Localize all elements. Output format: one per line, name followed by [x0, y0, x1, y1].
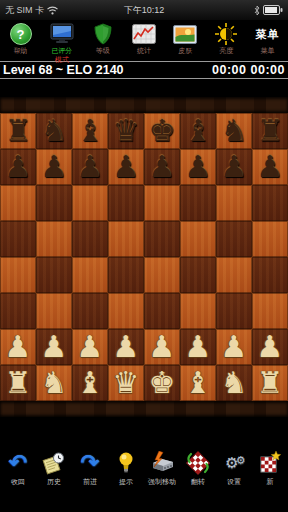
piece-white-knight[interactable]: ♞: [41, 365, 68, 401]
menu-text-icon: 菜单: [255, 27, 279, 42]
piece-white-knight[interactable]: ♞: [221, 365, 248, 401]
piece-black-rook[interactable]: ♜: [257, 113, 284, 149]
square-a1[interactable]: ♜: [0, 365, 36, 401]
piece-white-pawn[interactable]: ♟: [5, 329, 32, 365]
piece-black-pawn[interactable]: ♟: [41, 149, 68, 185]
line-chart-icon: [132, 24, 156, 44]
square-a3[interactable]: [0, 293, 36, 329]
settings-button[interactable]: ⚙⚙ 设置: [217, 450, 251, 486]
square-d1[interactable]: ♛: [108, 365, 144, 401]
gears-icon: ⚙⚙: [225, 454, 242, 472]
flip-label: 翻转: [191, 478, 205, 486]
square-h6[interactable]: [252, 185, 288, 221]
square-d7[interactable]: ♟: [108, 149, 144, 185]
help-label: 帮助: [14, 47, 28, 55]
square-c1[interactable]: ♝: [72, 365, 108, 401]
forcemove-button[interactable]: 强制移动: [145, 450, 179, 486]
square-d5[interactable]: [108, 221, 144, 257]
square-e3[interactable]: [144, 293, 180, 329]
level-elo-text: Level 68 ~ ELO 2140: [3, 63, 124, 77]
square-g4[interactable]: [216, 257, 252, 293]
square-b4[interactable]: [36, 257, 72, 293]
clock-right: 00:00: [251, 63, 285, 77]
mode-label-rated: 已评分: [51, 47, 72, 55]
square-a8[interactable]: ♜: [0, 113, 36, 149]
menu-button[interactable]: 菜单 菜单: [247, 22, 287, 55]
square-c7[interactable]: ♟: [72, 149, 108, 185]
piece-white-pawn[interactable]: ♟: [257, 329, 284, 365]
square-c6[interactable]: [72, 185, 108, 221]
square-c4[interactable]: [72, 257, 108, 293]
top-toolbar: ? 帮助 已评分 模式: [0, 20, 288, 61]
stats-label: 统计: [137, 47, 151, 55]
piece-black-bishop[interactable]: ♝: [77, 113, 104, 149]
square-h5[interactable]: [252, 221, 288, 257]
square-f1[interactable]: ♝: [180, 365, 216, 401]
clock-left: 00:00: [212, 63, 246, 77]
shield-icon: [94, 23, 112, 45]
square-b8[interactable]: ♞: [36, 113, 72, 149]
square-a7[interactable]: ♟: [0, 149, 36, 185]
square-g2[interactable]: ♟: [216, 329, 252, 365]
piece-white-pawn[interactable]: ♟: [221, 329, 248, 365]
takeback-button[interactable]: ↶ 收回: [1, 450, 35, 486]
piece-white-pawn[interactable]: ♟: [113, 329, 140, 365]
piece-black-pawn[interactable]: ♟: [113, 149, 140, 185]
square-f8[interactable]: ♝: [180, 113, 216, 149]
square-b6[interactable]: [36, 185, 72, 221]
square-h8[interactable]: ♜: [252, 113, 288, 149]
square-h4[interactable]: [252, 257, 288, 293]
picture-icon: [173, 25, 197, 44]
clock-time: 下午10:12: [0, 4, 288, 17]
notes-clock-icon: [42, 451, 66, 475]
piece-white-bishop[interactable]: ♝: [185, 365, 212, 401]
square-c2[interactable]: ♟: [72, 329, 108, 365]
question-mark-icon: ?: [10, 23, 32, 45]
square-d6[interactable]: [108, 185, 144, 221]
flip-button[interactable]: 翻转: [181, 450, 215, 486]
new-button[interactable]: 新: [253, 450, 287, 486]
piece-white-pawn[interactable]: ♟: [185, 329, 212, 365]
piece-black-bishop[interactable]: ♝: [185, 113, 212, 149]
square-b1[interactable]: ♞: [36, 365, 72, 401]
piece-white-queen[interactable]: ♛: [113, 365, 140, 401]
square-h3[interactable]: [252, 293, 288, 329]
square-d2[interactable]: ♟: [108, 329, 144, 365]
brightness-button[interactable]: 亮度: [206, 22, 246, 55]
square-g1[interactable]: ♞: [216, 365, 252, 401]
square-c5[interactable]: [72, 221, 108, 257]
square-b7[interactable]: ♟: [36, 149, 72, 185]
piece-black-pawn[interactable]: ♟: [77, 149, 104, 185]
level-label: 等级: [96, 47, 110, 55]
square-h7[interactable]: ♟: [252, 149, 288, 185]
square-h1[interactable]: ♜: [252, 365, 288, 401]
square-f6[interactable]: [180, 185, 216, 221]
piece-white-pawn[interactable]: ♟: [77, 329, 104, 365]
square-e8[interactable]: ♚: [144, 113, 180, 149]
forcemove-label: 强制移动: [148, 478, 176, 486]
piece-black-pawn[interactable]: ♟: [257, 149, 284, 185]
redo-arrow-icon: ↷: [81, 452, 99, 474]
square-f4[interactable]: [180, 257, 216, 293]
forward-label: 前进: [83, 478, 97, 486]
square-a5[interactable]: [0, 221, 36, 257]
info-bar: Level 68 ~ ELO 2140 00:00 00:00: [0, 62, 288, 78]
square-b2[interactable]: ♟: [36, 329, 72, 365]
monitor-icon: [49, 23, 75, 45]
chess-board: ♜♞♝♛♚♝♞♜♟♟♟♟♟♟♟♟♟♟♟♟♟♟♟♟♜♞♝♛♚♝♞♜: [0, 113, 288, 401]
piece-white-pawn[interactable]: ♟: [41, 329, 68, 365]
square-c8[interactable]: ♝: [72, 113, 108, 149]
new-label: 新: [267, 478, 274, 486]
piece-black-pawn[interactable]: ♟: [221, 149, 248, 185]
square-e7[interactable]: ♟: [144, 149, 180, 185]
square-c3[interactable]: [72, 293, 108, 329]
piece-black-pawn[interactable]: ♟: [185, 149, 212, 185]
square-e5[interactable]: [144, 221, 180, 257]
bottom-toolbar: ↶ 收回 历史 ↷ 前进: [0, 450, 288, 500]
square-e2[interactable]: ♟: [144, 329, 180, 365]
piece-white-rook[interactable]: ♜: [257, 365, 284, 401]
board-frame-bottom: [0, 401, 288, 417]
hint-label: 提示: [119, 478, 133, 486]
square-g5[interactable]: [216, 221, 252, 257]
square-e1[interactable]: ♚: [144, 365, 180, 401]
settings-label: 设置: [227, 478, 241, 486]
history-label: 历史: [47, 478, 61, 486]
piece-white-king[interactable]: ♚: [149, 365, 176, 401]
chess-app-screen: 无 SIM 卡 下午10:12 ? 帮助: [0, 0, 288, 512]
game-clocks: 00:00 00:00: [212, 63, 285, 77]
piece-white-rook[interactable]: ♜: [5, 365, 32, 401]
square-g8[interactable]: ♞: [216, 113, 252, 149]
piece-white-pawn[interactable]: ♟: [149, 329, 176, 365]
square-g3[interactable]: [216, 293, 252, 329]
square-f3[interactable]: [180, 293, 216, 329]
square-g6[interactable]: [216, 185, 252, 221]
piece-white-bishop[interactable]: ♝: [77, 365, 104, 401]
square-h2[interactable]: ♟: [252, 329, 288, 365]
brightness-label: 亮度: [219, 47, 233, 55]
square-d3[interactable]: [108, 293, 144, 329]
square-g7[interactable]: ♟: [216, 149, 252, 185]
square-f5[interactable]: [180, 221, 216, 257]
square-a4[interactable]: [0, 257, 36, 293]
spacer: [0, 79, 288, 97]
drive-lightning-icon: [149, 451, 175, 475]
board-frame-top: [0, 97, 288, 113]
skin-button[interactable]: 皮肤: [165, 22, 205, 55]
help-button[interactable]: ? 帮助: [1, 22, 41, 55]
square-f2[interactable]: ♟: [180, 329, 216, 365]
piece-black-pawn[interactable]: ♟: [149, 149, 176, 185]
undo-arrow-icon: ↶: [9, 452, 27, 474]
piece-black-queen[interactable]: ♛: [113, 113, 140, 149]
skin-label: 皮肤: [178, 47, 192, 55]
square-a2[interactable]: ♟: [0, 329, 36, 365]
piece-black-king[interactable]: ♚: [149, 113, 176, 149]
square-d4[interactable]: [108, 257, 144, 293]
square-e4[interactable]: [144, 257, 180, 293]
piece-black-knight[interactable]: ♞: [41, 113, 68, 149]
takeback-label: 收回: [11, 478, 25, 486]
piece-black-knight[interactable]: ♞: [221, 113, 248, 149]
status-bar: 无 SIM 卡 下午10:12: [0, 0, 288, 20]
lightbulb-icon: [118, 451, 134, 475]
flip-board-icon: [185, 450, 211, 476]
piece-black-pawn[interactable]: ♟: [5, 149, 32, 185]
square-b5[interactable]: [36, 221, 72, 257]
level-button[interactable]: 等级: [83, 22, 123, 55]
menu-label: 菜单: [260, 47, 274, 55]
stats-button[interactable]: 统计: [124, 22, 164, 55]
history-button[interactable]: 历史: [37, 450, 71, 486]
square-d8[interactable]: ♛: [108, 113, 144, 149]
hint-button[interactable]: 提示: [109, 450, 143, 486]
square-a6[interactable]: [0, 185, 36, 221]
square-e6[interactable]: [144, 185, 180, 221]
board-star-icon: [259, 451, 281, 475]
square-f7[interactable]: ♟: [180, 149, 216, 185]
piece-black-rook[interactable]: ♜: [5, 113, 32, 149]
sun-icon: [215, 23, 237, 45]
mode-button[interactable]: 已评分 模式: [42, 22, 82, 64]
forward-button[interactable]: ↷ 前进: [73, 450, 107, 486]
square-b3[interactable]: [36, 293, 72, 329]
